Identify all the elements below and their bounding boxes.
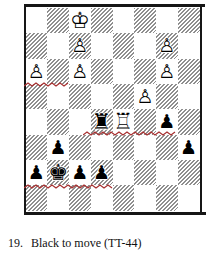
square-e1	[113, 185, 135, 210]
black-pawn: ♟	[50, 138, 67, 157]
white-king: ♚♔	[70, 10, 90, 32]
white-rook: ♜♖	[114, 111, 134, 133]
red-wavy-annotation	[83, 131, 178, 137]
square-f7	[134, 33, 156, 58]
square-g8	[156, 8, 178, 33]
black-pawn: ♟	[93, 163, 110, 182]
square-d3	[91, 135, 113, 160]
square-c2: ♟	[69, 160, 91, 185]
square-f6	[134, 59, 156, 84]
white-pawn: ♟♙	[158, 62, 175, 81]
square-g2	[156, 160, 178, 185]
square-b2: ♚	[47, 160, 69, 185]
square-f3	[134, 135, 156, 160]
square-d6	[91, 59, 113, 84]
square-d5	[91, 84, 113, 109]
square-f2	[134, 160, 156, 185]
white-pawn: ♟♙	[71, 62, 88, 81]
square-a5	[26, 84, 48, 109]
square-h2	[178, 160, 200, 185]
board-border-right	[200, 7, 202, 213]
board-border-bottom	[24, 212, 206, 215]
square-a4	[26, 109, 48, 134]
black-king: ♚	[48, 162, 68, 184]
square-g5	[156, 84, 178, 109]
square-d8	[91, 8, 113, 33]
square-e2	[113, 160, 135, 185]
square-b5	[47, 84, 69, 109]
white-pawn: ♟♙	[71, 36, 88, 55]
square-e7	[113, 33, 135, 58]
white-pawn: ♟♙	[137, 87, 154, 106]
white-pawn: ♟♙	[28, 62, 45, 81]
square-h4	[178, 109, 200, 134]
square-e3	[113, 135, 135, 160]
square-c7: ♟♙	[69, 33, 91, 58]
square-a3	[26, 135, 48, 160]
square-e5	[113, 84, 135, 109]
square-c3	[69, 135, 91, 160]
diagram-number: 19.	[8, 236, 23, 250]
black-rook: ♜	[92, 111, 112, 133]
square-f1	[134, 185, 156, 210]
square-a6: ♟♙	[26, 59, 48, 84]
black-pawn: ♟	[28, 163, 45, 182]
caption-text: Black to move (TT-44)	[31, 236, 142, 250]
square-f8	[134, 8, 156, 33]
square-b3: ♟	[47, 135, 69, 160]
square-g3	[156, 135, 178, 160]
square-h6	[178, 59, 200, 84]
square-a2: ♟	[26, 160, 48, 185]
square-c6: ♟♙	[69, 59, 91, 84]
chess-board: ♚♔♟♙♟♙♟♙♟♙♟♙♟♙♜♜♖♟♟♟♟♚♟♟	[26, 8, 200, 211]
square-c8: ♚♔	[69, 8, 91, 33]
square-h5	[178, 84, 200, 109]
red-wavy-annotation	[24, 184, 113, 190]
square-h7	[178, 33, 200, 58]
square-h8	[178, 8, 200, 33]
square-h1	[178, 185, 200, 210]
board-border-top	[24, 4, 205, 7]
chess-diagram-page: ♚♔♟♙♟♙♟♙♟♙♟♙♟♙♜♜♖♟♟♟♟♚♟♟ 19.Black to mov…	[0, 0, 210, 257]
black-pawn: ♟	[158, 112, 175, 131]
square-e8	[113, 8, 135, 33]
square-b4	[47, 109, 69, 134]
square-b8	[47, 8, 69, 33]
square-g1	[156, 185, 178, 210]
red-wavy-annotation	[24, 82, 71, 88]
square-e6	[113, 59, 135, 84]
diagram-caption: 19.Black to move (TT-44)	[8, 236, 142, 251]
black-pawn: ♟	[71, 163, 88, 182]
square-b6	[47, 59, 69, 84]
square-a7	[26, 33, 48, 58]
square-g6: ♟♙	[156, 59, 178, 84]
square-d7	[91, 33, 113, 58]
square-c5	[69, 84, 91, 109]
square-g7: ♟♙	[156, 33, 178, 58]
square-h3: ♟	[178, 135, 200, 160]
square-d2: ♟	[91, 160, 113, 185]
black-pawn: ♟	[180, 138, 197, 157]
square-a8	[26, 8, 48, 33]
white-pawn: ♟♙	[158, 36, 175, 55]
square-f5: ♟♙	[134, 84, 156, 109]
square-b7	[47, 33, 69, 58]
